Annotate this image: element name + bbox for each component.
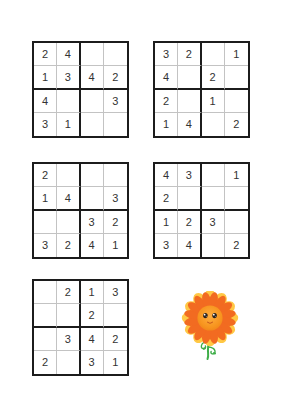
- sudoku-empty-cell[interactable]: [57, 211, 80, 234]
- sudoku-given-cell: 1: [155, 113, 178, 136]
- sudoku-empty-cell[interactable]: [81, 187, 104, 210]
- sudoku-given-cell: 3: [104, 90, 127, 113]
- sudoku-given-cell: 1: [155, 211, 178, 234]
- sudoku-empty-cell[interactable]: [178, 90, 201, 113]
- sudoku-given-cell: 1: [104, 351, 127, 374]
- sudoku-empty-cell[interactable]: [202, 234, 225, 257]
- sudoku-given-cell: 1: [81, 281, 104, 304]
- sudoku-empty-cell[interactable]: [202, 187, 225, 210]
- sudoku-given-cell: 4: [34, 90, 57, 113]
- sudoku-given-cell: 2: [34, 43, 57, 66]
- sudoku-given-cell: 1: [104, 234, 127, 257]
- sudoku-empty-cell[interactable]: [202, 113, 225, 136]
- sudoku-empty-cell[interactable]: [225, 66, 248, 89]
- sudoku-grid-5: 2132342231: [32, 279, 129, 376]
- sudoku-empty-cell[interactable]: [225, 211, 248, 234]
- sudoku-given-cell: 4: [178, 234, 201, 257]
- sudoku-given-cell: 4: [81, 234, 104, 257]
- sudoku-given-cell: 1: [34, 187, 57, 210]
- sudoku-given-cell: 3: [104, 187, 127, 210]
- sudoku-empty-cell[interactable]: [81, 43, 104, 66]
- sudoku-empty-cell[interactable]: [81, 90, 104, 113]
- sudoku-given-cell: 2: [104, 211, 127, 234]
- sudoku-given-cell: 2: [34, 351, 57, 374]
- sudoku-given-cell: 2: [104, 328, 127, 351]
- sudoku-given-cell: 1: [202, 90, 225, 113]
- sudoku-given-cell: 3: [81, 211, 104, 234]
- sudoku-empty-cell[interactable]: [34, 211, 57, 234]
- sudoku-given-cell: 3: [155, 234, 178, 257]
- sudoku-empty-cell[interactable]: [81, 164, 104, 187]
- sudoku-empty-cell[interactable]: [34, 304, 57, 327]
- sudoku-empty-cell[interactable]: [178, 187, 201, 210]
- sudoku-given-cell: 2: [178, 211, 201, 234]
- sunflower-illustration: [179, 291, 241, 363]
- flower-face: [197, 305, 222, 330]
- sudoku-given-cell: 2: [155, 187, 178, 210]
- sudoku-empty-cell[interactable]: [104, 43, 127, 66]
- sudoku-given-cell: 4: [81, 328, 104, 351]
- sudoku-empty-cell[interactable]: [225, 187, 248, 210]
- sudoku-empty-cell[interactable]: [81, 113, 104, 136]
- sudoku-given-cell: 1: [225, 43, 248, 66]
- sudoku-given-cell: 3: [104, 281, 127, 304]
- sudoku-empty-cell[interactable]: [104, 304, 127, 327]
- sudoku-given-cell: 3: [178, 164, 201, 187]
- sudoku-given-cell: 4: [155, 164, 178, 187]
- sudoku-grid-4: 4312123342: [153, 162, 250, 259]
- sudoku-grid-3: 2143323241: [32, 162, 129, 259]
- sudoku-empty-cell[interactable]: [57, 164, 80, 187]
- sudoku-given-cell: 2: [81, 304, 104, 327]
- sudoku-given-cell: 2: [104, 66, 127, 89]
- sudoku-given-cell: 1: [225, 164, 248, 187]
- sudoku-empty-cell[interactable]: [57, 304, 80, 327]
- sudoku-given-cell: 2: [225, 113, 248, 136]
- sudoku-given-cell: 1: [57, 113, 80, 136]
- sudoku-given-cell: 3: [155, 43, 178, 66]
- sudoku-given-cell: 3: [34, 234, 57, 257]
- sudoku-given-cell: 3: [57, 328, 80, 351]
- sudoku-empty-cell[interactable]: [202, 164, 225, 187]
- sudoku-given-cell: 2: [155, 90, 178, 113]
- sudoku-given-cell: 3: [57, 66, 80, 89]
- sudoku-empty-cell[interactable]: [34, 281, 57, 304]
- sudoku-given-cell: 2: [178, 43, 201, 66]
- sudoku-given-cell: 4: [57, 187, 80, 210]
- sudoku-empty-cell[interactable]: [178, 66, 201, 89]
- sudoku-given-cell: 3: [81, 351, 104, 374]
- sudoku-empty-cell[interactable]: [57, 351, 80, 374]
- sudoku-given-cell: 2: [57, 234, 80, 257]
- sudoku-empty-cell[interactable]: [104, 113, 127, 136]
- sudoku-worksheet-page: 2413424331 3214221142 2143323241 4312123…: [0, 0, 283, 400]
- sudoku-empty-cell[interactable]: [104, 164, 127, 187]
- sudoku-empty-cell[interactable]: [225, 90, 248, 113]
- sudoku-given-cell: 2: [57, 281, 80, 304]
- sudoku-given-cell: 2: [34, 164, 57, 187]
- sudoku-given-cell: 4: [81, 66, 104, 89]
- sudoku-empty-cell[interactable]: [57, 90, 80, 113]
- sudoku-given-cell: 4: [155, 66, 178, 89]
- sudoku-grid-1: 2413424331: [32, 41, 129, 138]
- sudoku-empty-cell[interactable]: [202, 43, 225, 66]
- sudoku-given-cell: 2: [202, 66, 225, 89]
- sudoku-empty-cell[interactable]: [34, 328, 57, 351]
- sudoku-given-cell: 4: [57, 43, 80, 66]
- sudoku-given-cell: 1: [34, 66, 57, 89]
- sudoku-grid-2: 3214221142: [153, 41, 250, 138]
- sudoku-given-cell: 3: [34, 113, 57, 136]
- sudoku-given-cell: 3: [202, 211, 225, 234]
- sudoku-given-cell: 2: [225, 234, 248, 257]
- sudoku-given-cell: 4: [178, 113, 201, 136]
